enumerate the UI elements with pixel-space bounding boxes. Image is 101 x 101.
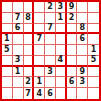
- cell-r7c9-empty[interactable]: [88, 67, 99, 78]
- cell-r6c2-given[interactable]: 3: [13, 56, 24, 67]
- cell-r1c3-empty[interactable]: [24, 2, 35, 13]
- cell-r4c9-empty[interactable]: [88, 34, 99, 45]
- cell-r9c1-empty[interactable]: [2, 88, 13, 99]
- cell-r6c4-empty[interactable]: [34, 56, 45, 67]
- cell-r1c5-given[interactable]: 2: [45, 2, 56, 13]
- cell-r7c1-empty[interactable]: [2, 67, 13, 78]
- cell-r1c2-empty[interactable]: [13, 2, 24, 13]
- cell-r7c5-given[interactable]: 3: [45, 67, 56, 78]
- cell-r4c6-empty[interactable]: [56, 34, 67, 45]
- cell-r2c9-empty[interactable]: [88, 13, 99, 24]
- cell-r5c9-given[interactable]: 1: [88, 45, 99, 56]
- cell-r8c7-given[interactable]: 6: [67, 77, 78, 88]
- cell-r5c3-empty[interactable]: [24, 45, 35, 56]
- cell-r3c7-empty[interactable]: [67, 24, 78, 35]
- cell-r2c5-empty[interactable]: [45, 13, 56, 24]
- cell-r2c7-given[interactable]: 2: [67, 13, 78, 24]
- cell-r7c4-empty[interactable]: [34, 67, 45, 78]
- cell-r5c7-empty[interactable]: [67, 45, 78, 56]
- cell-r1c8-empty[interactable]: [77, 2, 88, 13]
- cell-r2c1-empty[interactable]: [2, 13, 13, 24]
- cell-r3c4-empty[interactable]: [34, 24, 45, 35]
- cell-r9c2-empty[interactable]: [13, 88, 24, 99]
- cell-r2c6-given[interactable]: 1: [56, 13, 67, 24]
- cell-r7c2-given[interactable]: 1: [13, 67, 24, 78]
- cell-r5c5-empty[interactable]: [45, 45, 56, 56]
- cell-r6c6-given[interactable]: 4: [56, 56, 67, 67]
- cell-r8c2-empty[interactable]: [13, 77, 24, 88]
- cell-r2c2-given[interactable]: 7: [13, 13, 24, 24]
- cell-r7c7-empty[interactable]: [67, 67, 78, 78]
- sudoku-board: 2397812678176513451392163746: [0, 0, 101, 101]
- cell-r5c2-empty[interactable]: [13, 45, 24, 56]
- cell-r8c1-empty[interactable]: [2, 77, 13, 88]
- cell-r7c8-given[interactable]: 9: [77, 67, 88, 78]
- cell-r8c6-empty[interactable]: [56, 77, 67, 88]
- cell-r5c1-given[interactable]: 5: [2, 45, 13, 56]
- cell-r8c9-empty[interactable]: [88, 77, 99, 88]
- cell-r9c4-given[interactable]: 4: [34, 88, 45, 99]
- cell-r3c1-empty[interactable]: [2, 24, 13, 35]
- cell-r8c5-empty[interactable]: [45, 77, 56, 88]
- cell-r4c1-given[interactable]: 1: [2, 34, 13, 45]
- cell-r9c5-given[interactable]: 6: [45, 88, 56, 99]
- cell-r5c6-empty[interactable]: [56, 45, 67, 56]
- cell-r4c4-given[interactable]: 7: [34, 34, 45, 45]
- cell-r5c4-empty[interactable]: [34, 45, 45, 56]
- cell-r1c6-given[interactable]: 3: [56, 2, 67, 13]
- cell-r3c9-empty[interactable]: [88, 24, 99, 35]
- cell-r1c4-empty[interactable]: [34, 2, 45, 13]
- cell-r3c3-empty[interactable]: [24, 24, 35, 35]
- cell-r9c3-given[interactable]: 7: [24, 88, 35, 99]
- cell-r6c7-empty[interactable]: [67, 56, 78, 67]
- cell-r5c8-empty[interactable]: [77, 45, 88, 56]
- cell-r3c2-given[interactable]: 6: [13, 24, 24, 35]
- cell-r1c1-empty[interactable]: [2, 2, 13, 13]
- cell-r4c3-empty[interactable]: [24, 34, 35, 45]
- cell-r1c7-given[interactable]: 9: [67, 2, 78, 13]
- cell-r9c7-empty[interactable]: [67, 88, 78, 99]
- cell-r9c9-empty[interactable]: [88, 88, 99, 99]
- cell-r6c9-given[interactable]: 5: [88, 56, 99, 67]
- cell-r2c4-empty[interactable]: [34, 13, 45, 24]
- cell-r4c7-empty[interactable]: [67, 34, 78, 45]
- cell-r7c3-empty[interactable]: [24, 67, 35, 78]
- cell-r7c6-empty[interactable]: [56, 67, 67, 78]
- cell-r4c2-empty[interactable]: [13, 34, 24, 45]
- cell-r8c3-given[interactable]: 2: [24, 77, 35, 88]
- cell-r1c9-empty[interactable]: [88, 2, 99, 13]
- cell-r9c8-empty[interactable]: [77, 88, 88, 99]
- cell-r6c3-empty[interactable]: [24, 56, 35, 67]
- cell-r4c8-given[interactable]: 6: [77, 34, 88, 45]
- cell-r8c4-given[interactable]: 1: [34, 77, 45, 88]
- cell-r2c3-given[interactable]: 8: [24, 13, 35, 24]
- cell-r2c8-empty[interactable]: [77, 13, 88, 24]
- cell-r9c6-empty[interactable]: [56, 88, 67, 99]
- cell-r6c5-empty[interactable]: [45, 56, 56, 67]
- cell-r3c6-empty[interactable]: [56, 24, 67, 35]
- cell-r3c5-given[interactable]: 7: [45, 24, 56, 35]
- cell-r6c8-empty[interactable]: [77, 56, 88, 67]
- cell-r3c8-given[interactable]: 8: [77, 24, 88, 35]
- cell-r6c1-empty[interactable]: [2, 56, 13, 67]
- cell-r4c5-empty[interactable]: [45, 34, 56, 45]
- cell-r8c8-given[interactable]: 3: [77, 77, 88, 88]
